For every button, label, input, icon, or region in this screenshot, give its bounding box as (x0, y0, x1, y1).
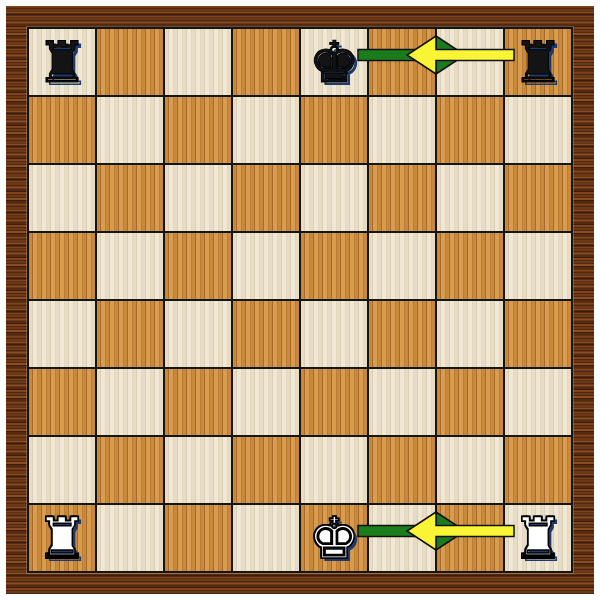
square-b3 (97, 369, 163, 435)
square-g6 (437, 165, 503, 231)
square-a1: ♜ (29, 505, 95, 571)
square-a3 (29, 369, 95, 435)
square-e7 (301, 97, 367, 163)
square-c4 (165, 301, 231, 367)
square-h8: ♜ (505, 29, 571, 95)
square-g5 (437, 233, 503, 299)
castling-diagram: ♜♚♜♜♚♜ (0, 0, 600, 600)
white-king: ♚ (308, 510, 359, 567)
square-h6 (505, 165, 571, 231)
square-a6 (29, 165, 95, 231)
square-f8 (369, 29, 435, 95)
square-e6 (301, 165, 367, 231)
square-b6 (97, 165, 163, 231)
square-c5 (165, 233, 231, 299)
square-e3 (301, 369, 367, 435)
square-g1 (437, 505, 503, 571)
square-d2 (233, 437, 299, 503)
black-rook: ♜ (36, 34, 87, 91)
square-e8: ♚ (301, 29, 367, 95)
square-b2 (97, 437, 163, 503)
black-rook: ♜ (512, 34, 563, 91)
square-c7 (165, 97, 231, 163)
square-a7 (29, 97, 95, 163)
square-f5 (369, 233, 435, 299)
square-b5 (97, 233, 163, 299)
black-king: ♚ (308, 34, 359, 91)
square-b7 (97, 97, 163, 163)
square-b4 (97, 301, 163, 367)
square-d1 (233, 505, 299, 571)
square-c1 (165, 505, 231, 571)
square-g7 (437, 97, 503, 163)
square-c3 (165, 369, 231, 435)
square-e4 (301, 301, 367, 367)
square-g4 (437, 301, 503, 367)
square-e5 (301, 233, 367, 299)
square-d4 (233, 301, 299, 367)
square-f3 (369, 369, 435, 435)
board-border: ♜♚♜♜♚♜ (27, 27, 573, 573)
square-d6 (233, 165, 299, 231)
square-f6 (369, 165, 435, 231)
chess-board: ♜♚♜♜♚♜ (29, 29, 571, 571)
square-a2 (29, 437, 95, 503)
square-h3 (505, 369, 571, 435)
square-h1: ♜ (505, 505, 571, 571)
square-g3 (437, 369, 503, 435)
square-d8 (233, 29, 299, 95)
square-a8: ♜ (29, 29, 95, 95)
square-f4 (369, 301, 435, 367)
white-rook: ♜ (512, 510, 563, 567)
square-c2 (165, 437, 231, 503)
board-frame: ♜♚♜♜♚♜ (6, 6, 594, 594)
square-e1: ♚ (301, 505, 367, 571)
square-f1 (369, 505, 435, 571)
square-d7 (233, 97, 299, 163)
square-h4 (505, 301, 571, 367)
square-h2 (505, 437, 571, 503)
square-a4 (29, 301, 95, 367)
square-b1 (97, 505, 163, 571)
square-c8 (165, 29, 231, 95)
square-g8 (437, 29, 503, 95)
square-a5 (29, 233, 95, 299)
square-b8 (97, 29, 163, 95)
square-f7 (369, 97, 435, 163)
square-h5 (505, 233, 571, 299)
square-e2 (301, 437, 367, 503)
square-d5 (233, 233, 299, 299)
square-d3 (233, 369, 299, 435)
white-rook: ♜ (36, 510, 87, 567)
square-h7 (505, 97, 571, 163)
square-g2 (437, 437, 503, 503)
square-c6 (165, 165, 231, 231)
square-f2 (369, 437, 435, 503)
